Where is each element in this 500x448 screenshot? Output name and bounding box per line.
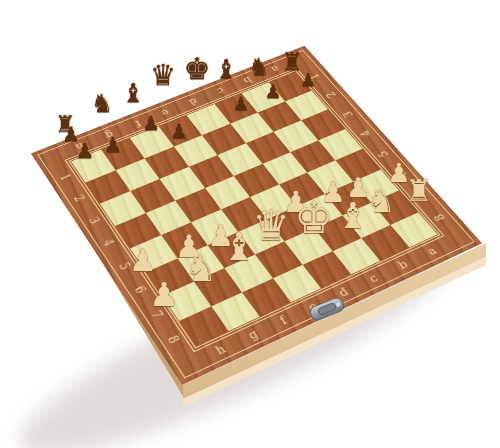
- file-label-h: h: [213, 343, 228, 357]
- file-label-b: b: [396, 258, 411, 271]
- file-label-a: a: [269, 64, 281, 74]
- dark-pawn-c2[interactable]: ♟: [232, 94, 249, 113]
- light-bishop-f7[interactable]: ♝: [222, 228, 256, 266]
- light-rook-a7[interactable]: ♜: [406, 176, 433, 206]
- light-knight-b7[interactable]: ♞: [367, 185, 396, 217]
- file-label-d: d: [187, 96, 200, 106]
- file-label-c: c: [367, 272, 381, 285]
- dark-king-d1[interactable]: ♚: [184, 54, 211, 84]
- rank-label-1: 1: [57, 172, 73, 182]
- dark-pawn-g3[interactable]: ♟: [76, 141, 95, 162]
- dark-pawn-d3[interactable]: ♟: [170, 121, 188, 141]
- file-label-e: e: [306, 300, 320, 313]
- dark-bishop-f1[interactable]: ♝: [121, 80, 144, 106]
- file-label-g: g: [246, 328, 261, 342]
- rank-label-2: 2: [71, 193, 87, 203]
- light-bishop-c7[interactable]: ♝: [337, 198, 369, 234]
- file-label-f: f: [278, 314, 290, 326]
- light-queen-e7[interactable]: ♛: [252, 205, 290, 247]
- file-label-a: a: [425, 245, 439, 257]
- file-label-d: d: [336, 286, 351, 299]
- dark-pawn-e2[interactable]: ♟: [142, 113, 160, 133]
- light-pawn-h6[interactable]: ♟: [129, 245, 157, 276]
- rank-label-3: 3: [341, 109, 356, 118]
- light-king-d7[interactable]: ♚: [294, 196, 333, 240]
- dark-knight-g1[interactable]: ♞: [91, 91, 113, 116]
- dark-bishop-c1[interactable]: ♝: [214, 56, 237, 82]
- dark-knight-b1[interactable]: ♞: [248, 55, 270, 79]
- dark-pawn-b2[interactable]: ♟: [264, 82, 281, 101]
- rank-label-4: 4: [100, 238, 116, 249]
- rank-label-4: 4: [358, 129, 373, 138]
- rank-label-3: 3: [85, 215, 101, 225]
- file-label-c: c: [215, 86, 227, 96]
- rank-label-2: 2: [324, 91, 339, 100]
- product-photo-scene: hgfedcba hgfedcba 12345678 12345678 ♜♞♝♚…: [0, 0, 500, 448]
- rank-label-8: 8: [432, 212, 448, 222]
- light-knight-g7[interactable]: ♞: [185, 251, 217, 287]
- dark-pawn-f3[interactable]: ♟: [104, 135, 123, 156]
- dark-pawn-a2[interactable]: ♟: [300, 71, 316, 89]
- rank-label-6: 6: [131, 284, 148, 295]
- dark-queen-e1[interactable]: ♛: [150, 61, 176, 90]
- file-label-e: e: [159, 107, 171, 117]
- light-pawn-h8[interactable]: ♟: [149, 278, 179, 311]
- rank-label-8: 8: [164, 334, 181, 346]
